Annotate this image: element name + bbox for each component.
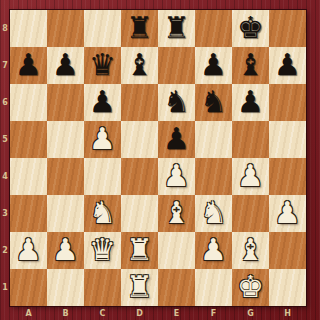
square-f6[interactable]: ♞ bbox=[195, 84, 232, 121]
square-f5[interactable] bbox=[195, 121, 232, 158]
piece-black-rook[interactable]: ♜ bbox=[126, 13, 153, 43]
file-label-g: G bbox=[232, 306, 269, 320]
square-b6[interactable] bbox=[47, 84, 84, 121]
piece-black-king[interactable]: ♚ bbox=[237, 13, 264, 43]
square-a4[interactable] bbox=[10, 158, 47, 195]
file-label-f: F bbox=[195, 306, 232, 320]
square-h6[interactable] bbox=[269, 84, 306, 121]
square-h3[interactable]: ♟ bbox=[269, 195, 306, 232]
square-d7[interactable]: ♝ bbox=[121, 47, 158, 84]
square-b4[interactable] bbox=[47, 158, 84, 195]
square-b8[interactable] bbox=[47, 10, 84, 47]
square-a6[interactable] bbox=[10, 84, 47, 121]
square-e2[interactable] bbox=[158, 232, 195, 269]
square-f3[interactable]: ♞ bbox=[195, 195, 232, 232]
square-d4[interactable] bbox=[121, 158, 158, 195]
square-a3[interactable] bbox=[10, 195, 47, 232]
piece-black-pawn[interactable]: ♟ bbox=[52, 50, 79, 80]
piece-white-pawn[interactable]: ♟ bbox=[89, 124, 116, 154]
file-label-b: B bbox=[47, 306, 84, 320]
piece-black-pawn[interactable]: ♟ bbox=[200, 50, 227, 80]
square-h8[interactable] bbox=[269, 10, 306, 47]
piece-black-rook[interactable]: ♜ bbox=[163, 13, 190, 43]
square-h2[interactable] bbox=[269, 232, 306, 269]
piece-white-rook[interactable]: ♜ bbox=[126, 272, 153, 302]
rank-label-6: 6 bbox=[0, 84, 10, 121]
square-d2[interactable]: ♜ bbox=[121, 232, 158, 269]
piece-white-bishop[interactable]: ♝ bbox=[163, 198, 190, 228]
chess-diagram: ♜♜♚♟♟♛♝♟♝♟♟♞♞♟♟♟♟♟♞♝♞♟♟♟♛♜♟♝♜♚ 87654321A… bbox=[0, 0, 320, 320]
square-e5[interactable]: ♟ bbox=[158, 121, 195, 158]
square-b1[interactable] bbox=[47, 269, 84, 306]
square-a2[interactable]: ♟ bbox=[10, 232, 47, 269]
rank-label-8: 8 bbox=[0, 10, 10, 47]
square-e7[interactable] bbox=[158, 47, 195, 84]
piece-black-bishop[interactable]: ♝ bbox=[237, 50, 264, 80]
square-b5[interactable] bbox=[47, 121, 84, 158]
piece-black-pawn[interactable]: ♟ bbox=[274, 50, 301, 80]
file-label-h: H bbox=[269, 306, 306, 320]
piece-white-pawn[interactable]: ♟ bbox=[237, 161, 264, 191]
piece-black-queen[interactable]: ♛ bbox=[89, 50, 116, 80]
square-g7[interactable]: ♝ bbox=[232, 47, 269, 84]
piece-white-pawn[interactable]: ♟ bbox=[200, 235, 227, 265]
square-b3[interactable] bbox=[47, 195, 84, 232]
square-c3[interactable]: ♞ bbox=[84, 195, 121, 232]
square-g1[interactable]: ♚ bbox=[232, 269, 269, 306]
square-f2[interactable]: ♟ bbox=[195, 232, 232, 269]
square-e4[interactable]: ♟ bbox=[158, 158, 195, 195]
square-f1[interactable] bbox=[195, 269, 232, 306]
square-c6[interactable]: ♟ bbox=[84, 84, 121, 121]
piece-white-pawn[interactable]: ♟ bbox=[274, 198, 301, 228]
piece-white-pawn[interactable]: ♟ bbox=[163, 161, 190, 191]
piece-black-pawn[interactable]: ♟ bbox=[15, 50, 42, 80]
square-f8[interactable] bbox=[195, 10, 232, 47]
chess-board: ♜♜♚♟♟♛♝♟♝♟♟♞♞♟♟♟♟♟♞♝♞♟♟♟♛♜♟♝♜♚ bbox=[10, 10, 306, 306]
square-c5[interactable]: ♟ bbox=[84, 121, 121, 158]
piece-black-bishop[interactable]: ♝ bbox=[126, 50, 153, 80]
square-f7[interactable]: ♟ bbox=[195, 47, 232, 84]
square-e6[interactable]: ♞ bbox=[158, 84, 195, 121]
file-label-a: A bbox=[10, 306, 47, 320]
square-g8[interactable]: ♚ bbox=[232, 10, 269, 47]
square-a5[interactable] bbox=[10, 121, 47, 158]
square-g2[interactable]: ♝ bbox=[232, 232, 269, 269]
square-d8[interactable]: ♜ bbox=[121, 10, 158, 47]
square-e1[interactable] bbox=[158, 269, 195, 306]
square-c2[interactable]: ♛ bbox=[84, 232, 121, 269]
square-a7[interactable]: ♟ bbox=[10, 47, 47, 84]
piece-white-king[interactable]: ♚ bbox=[237, 272, 264, 302]
piece-black-pawn[interactable]: ♟ bbox=[89, 87, 116, 117]
rank-label-2: 2 bbox=[0, 232, 10, 269]
rank-label-4: 4 bbox=[0, 158, 10, 195]
square-c7[interactable]: ♛ bbox=[84, 47, 121, 84]
piece-white-pawn[interactable]: ♟ bbox=[15, 235, 42, 265]
square-a1[interactable] bbox=[10, 269, 47, 306]
piece-white-rook[interactable]: ♜ bbox=[126, 235, 153, 265]
square-d3[interactable] bbox=[121, 195, 158, 232]
file-label-c: C bbox=[84, 306, 121, 320]
square-d1[interactable]: ♜ bbox=[121, 269, 158, 306]
piece-white-bishop[interactable]: ♝ bbox=[237, 235, 264, 265]
rank-label-5: 5 bbox=[0, 121, 10, 158]
square-g6[interactable]: ♟ bbox=[232, 84, 269, 121]
piece-white-pawn[interactable]: ♟ bbox=[52, 235, 79, 265]
rank-label-3: 3 bbox=[0, 195, 10, 232]
piece-black-pawn[interactable]: ♟ bbox=[237, 87, 264, 117]
square-d5[interactable] bbox=[121, 121, 158, 158]
piece-white-queen[interactable]: ♛ bbox=[89, 235, 116, 265]
square-g4[interactable]: ♟ bbox=[232, 158, 269, 195]
square-h7[interactable]: ♟ bbox=[269, 47, 306, 84]
piece-white-knight[interactable]: ♞ bbox=[200, 198, 227, 228]
square-h5[interactable] bbox=[269, 121, 306, 158]
square-c8[interactable] bbox=[84, 10, 121, 47]
square-g3[interactable] bbox=[232, 195, 269, 232]
square-e8[interactable]: ♜ bbox=[158, 10, 195, 47]
rank-label-1: 1 bbox=[0, 269, 10, 306]
square-h1[interactable] bbox=[269, 269, 306, 306]
file-label-e: E bbox=[158, 306, 195, 320]
piece-black-pawn[interactable]: ♟ bbox=[163, 124, 190, 154]
square-h4[interactable] bbox=[269, 158, 306, 195]
piece-white-knight[interactable]: ♞ bbox=[89, 198, 116, 228]
square-c4[interactable] bbox=[84, 158, 121, 195]
square-b7[interactable]: ♟ bbox=[47, 47, 84, 84]
rank-label-7: 7 bbox=[0, 47, 10, 84]
square-f4[interactable] bbox=[195, 158, 232, 195]
square-e3[interactable]: ♝ bbox=[158, 195, 195, 232]
square-b2[interactable]: ♟ bbox=[47, 232, 84, 269]
square-d6[interactable] bbox=[121, 84, 158, 121]
square-g5[interactable] bbox=[232, 121, 269, 158]
file-label-d: D bbox=[121, 306, 158, 320]
square-a8[interactable] bbox=[10, 10, 47, 47]
square-c1[interactable] bbox=[84, 269, 121, 306]
piece-black-knight[interactable]: ♞ bbox=[163, 87, 190, 117]
piece-black-knight[interactable]: ♞ bbox=[200, 87, 227, 117]
